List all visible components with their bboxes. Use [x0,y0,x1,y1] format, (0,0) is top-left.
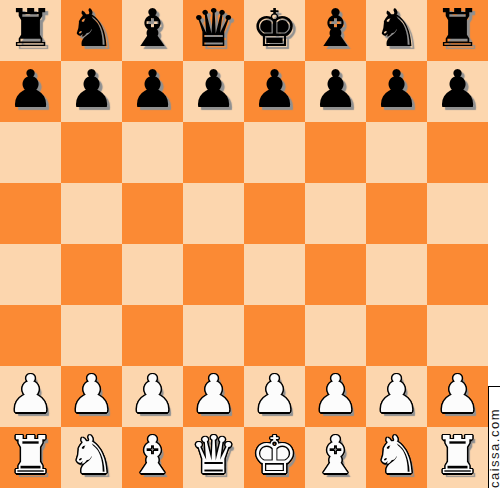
piece-white-rook[interactable]: ♜ [434,425,481,486]
square-d2[interactable]: ♟ [183,366,244,427]
piece-white-knight[interactable]: ♞ [68,425,115,486]
square-g2[interactable]: ♟ [366,366,427,427]
square-b6[interactable] [61,122,122,183]
square-d8[interactable]: ♛ [183,0,244,61]
square-g1[interactable]: ♞ [366,427,427,488]
square-a1[interactable]: ♜ [0,427,61,488]
square-h4[interactable] [427,244,488,305]
square-f1[interactable]: ♝ [305,427,366,488]
square-e7[interactable]: ♟ [244,61,305,122]
square-d7[interactable]: ♟ [183,61,244,122]
square-e6[interactable] [244,122,305,183]
square-a4[interactable] [0,244,61,305]
piece-black-knight[interactable]: ♞ [68,0,115,59]
piece-black-bishop[interactable]: ♝ [312,0,359,59]
square-g4[interactable] [366,244,427,305]
square-a6[interactable] [0,122,61,183]
chess-board: ♜♞♝♛♚♝♞♜♟♟♟♟♟♟♟♟♟♟♟♟♟♟♟♟♜♞♝♛♚♝♞♜ [0,0,488,488]
piece-black-pawn[interactable]: ♟ [68,59,115,120]
square-e5[interactable] [244,183,305,244]
square-b5[interactable] [61,183,122,244]
square-g3[interactable] [366,305,427,366]
piece-white-pawn[interactable]: ♟ [190,364,237,425]
piece-white-pawn[interactable]: ♟ [373,364,420,425]
square-h2[interactable]: ♟ [427,366,488,427]
square-g5[interactable] [366,183,427,244]
square-d6[interactable] [183,122,244,183]
square-f6[interactable] [305,122,366,183]
square-h5[interactable] [427,183,488,244]
piece-white-pawn[interactable]: ♟ [312,364,359,425]
brand-box: caissa.com [488,386,500,488]
square-e2[interactable]: ♟ [244,366,305,427]
square-b8[interactable]: ♞ [61,0,122,61]
piece-white-pawn[interactable]: ♟ [7,364,54,425]
piece-black-pawn[interactable]: ♟ [373,59,420,120]
square-f2[interactable]: ♟ [305,366,366,427]
square-e8[interactable]: ♚ [244,0,305,61]
square-g6[interactable] [366,122,427,183]
piece-white-rook[interactable]: ♜ [7,425,54,486]
piece-white-queen[interactable]: ♛ [190,425,237,486]
piece-white-king[interactable]: ♚ [251,425,298,486]
piece-black-pawn[interactable]: ♟ [434,59,481,120]
square-b3[interactable] [61,305,122,366]
piece-black-pawn[interactable]: ♟ [190,59,237,120]
piece-black-bishop[interactable]: ♝ [129,0,176,59]
square-h6[interactable] [427,122,488,183]
square-a7[interactable]: ♟ [0,61,61,122]
square-c4[interactable] [122,244,183,305]
square-g7[interactable]: ♟ [366,61,427,122]
square-a5[interactable] [0,183,61,244]
square-d5[interactable] [183,183,244,244]
square-a8[interactable]: ♜ [0,0,61,61]
piece-white-pawn[interactable]: ♟ [129,364,176,425]
piece-black-pawn[interactable]: ♟ [251,59,298,120]
square-b7[interactable]: ♟ [61,61,122,122]
square-c3[interactable] [122,305,183,366]
piece-black-rook[interactable]: ♜ [434,0,481,59]
square-a3[interactable] [0,305,61,366]
square-c2[interactable]: ♟ [122,366,183,427]
site-label[interactable]: caissa.com [489,407,500,488]
square-e1[interactable]: ♚ [244,427,305,488]
piece-black-queen[interactable]: ♛ [190,0,237,59]
square-h1[interactable]: ♜ [427,427,488,488]
square-c6[interactable] [122,122,183,183]
square-f5[interactable] [305,183,366,244]
piece-black-pawn[interactable]: ♟ [129,59,176,120]
square-b2[interactable]: ♟ [61,366,122,427]
piece-black-pawn[interactable]: ♟ [7,59,54,120]
square-c7[interactable]: ♟ [122,61,183,122]
square-f3[interactable] [305,305,366,366]
square-a2[interactable]: ♟ [0,366,61,427]
square-f7[interactable]: ♟ [305,61,366,122]
square-d4[interactable] [183,244,244,305]
piece-white-knight[interactable]: ♞ [373,425,420,486]
square-c8[interactable]: ♝ [122,0,183,61]
square-f4[interactable] [305,244,366,305]
square-d1[interactable]: ♛ [183,427,244,488]
square-e4[interactable] [244,244,305,305]
piece-white-pawn[interactable]: ♟ [68,364,115,425]
square-h3[interactable] [427,305,488,366]
piece-black-knight[interactable]: ♞ [373,0,420,59]
piece-black-rook[interactable]: ♜ [7,0,54,59]
square-g8[interactable]: ♞ [366,0,427,61]
piece-white-bishop[interactable]: ♝ [129,425,176,486]
piece-black-king[interactable]: ♚ [251,0,298,59]
square-d3[interactable] [183,305,244,366]
square-b1[interactable]: ♞ [61,427,122,488]
square-b4[interactable] [61,244,122,305]
square-e3[interactable] [244,305,305,366]
square-h7[interactable]: ♟ [427,61,488,122]
piece-white-pawn[interactable]: ♟ [251,364,298,425]
chess-diagram: ♜♞♝♛♚♝♞♜♟♟♟♟♟♟♟♟♟♟♟♟♟♟♟♟♜♞♝♛♚♝♞♜ caissa.… [0,0,500,488]
square-c5[interactable] [122,183,183,244]
square-h8[interactable]: ♜ [427,0,488,61]
piece-black-pawn[interactable]: ♟ [312,59,359,120]
piece-white-bishop[interactable]: ♝ [312,425,359,486]
piece-white-pawn[interactable]: ♟ [434,364,481,425]
square-f8[interactable]: ♝ [305,0,366,61]
square-c1[interactable]: ♝ [122,427,183,488]
